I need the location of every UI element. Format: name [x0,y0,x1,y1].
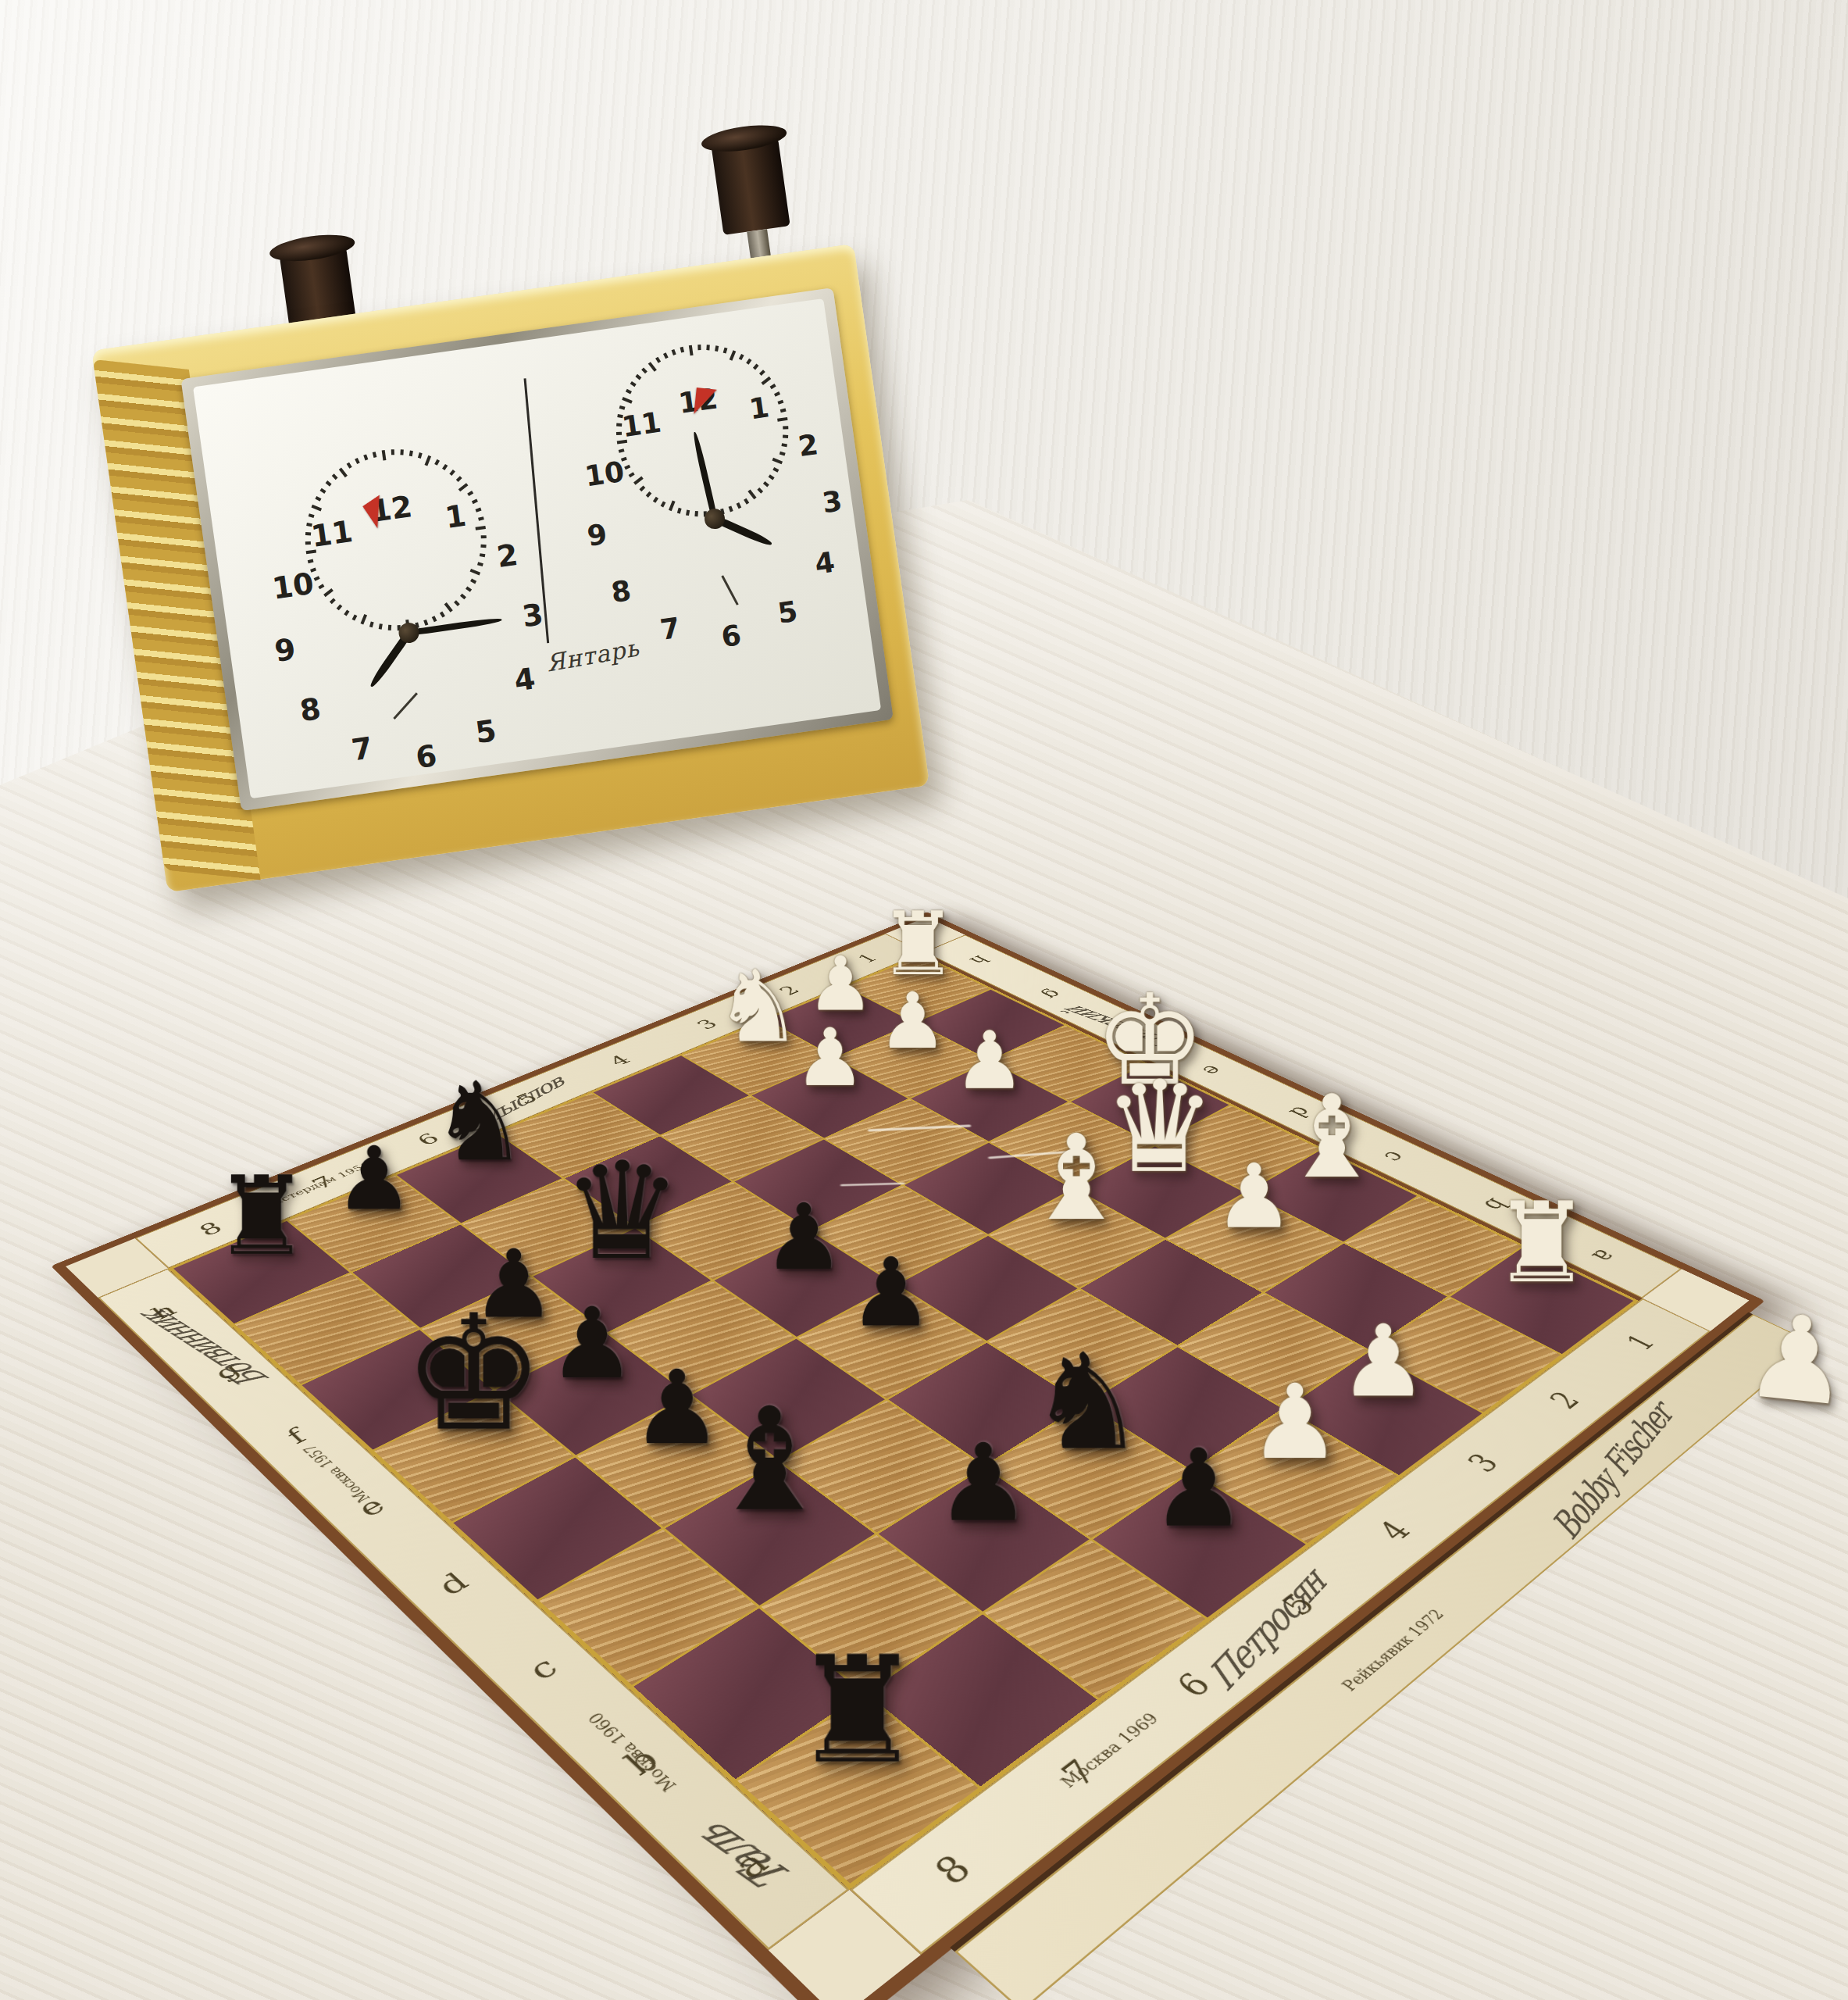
white-pawn-a3[interactable]: ♟ [1339,1312,1428,1411]
black-pawn-e5[interactable]: ♟ [763,1191,844,1283]
dial-tick [723,348,728,354]
dial-tick [432,616,437,622]
dial-tick [777,400,783,405]
dial-tick [633,476,644,484]
dial-tick [780,452,786,456]
dial-numeral-6: 6 [414,738,439,775]
dial-tick [619,448,625,453]
dial-tick [635,374,641,380]
dial-tick [442,464,448,470]
dial-tick [706,345,709,350]
dial-tick [305,541,311,545]
dial-numeral-1: 1 [443,498,468,535]
clock-bezel: 123456789101112 123456789101112 Янтарь [180,287,893,811]
dial-tick [689,345,694,355]
seconds-subdial [722,574,723,576]
dial-tick [330,598,336,604]
dial-numeral-10: 10 [270,566,316,606]
dial-tick [747,490,756,500]
dial-numeral-8: 8 [609,574,633,609]
dial-numeral-3: 3 [820,484,844,520]
white-pawn-a4[interactable]: ♟ [1249,1371,1341,1474]
white-bishop-d3[interactable]: ♝ [1023,1119,1129,1237]
dial-tick [363,454,368,460]
dial-tick [729,506,733,512]
dial-numeral-7: 7 [349,730,374,767]
dial-tick [434,459,440,466]
dial-tick [360,614,367,625]
black-pawn-h7[interactable]: ♟ [335,1134,413,1222]
dial-tick [400,449,403,455]
dial-tick [339,468,348,478]
dial-tick [314,576,320,581]
dial-tick [630,381,637,387]
dial-tick [715,345,719,352]
dial-tick [352,614,358,620]
dial-tick [783,426,788,429]
white-pawn-g3[interactable]: ♟ [794,1018,865,1098]
dial-tick [409,451,413,457]
white-knight-h3[interactable]: ♞ [714,958,803,1057]
white-bishop-c1[interactable]: ♝ [1280,1080,1382,1195]
clock-body: 123456789101112 123456789101112 Янтарь [91,244,929,892]
dial-tick [344,609,349,616]
dial-tick [347,462,352,469]
dial-tick [444,602,453,612]
dial-tick [318,584,324,589]
dial-tick [746,359,751,365]
dial-tick [617,414,623,418]
dial-tick [730,350,737,361]
dial-tick [476,526,486,530]
white-pawn-c2[interactable]: ♟ [1215,1152,1293,1241]
dial-numeral-2: 2 [494,537,519,574]
dial-tick [309,513,315,518]
clock-face: 123456789101112 123456789101112 Янтарь [193,298,881,798]
dial-numeral-8: 8 [298,691,323,728]
dial-tick [477,562,483,566]
dial-tick [641,368,648,374]
dial-tick [616,423,622,427]
dial-tick [621,457,627,462]
dial-tick [781,443,787,447]
dial-numeral-7: 7 [658,611,683,646]
dial-tick [355,458,360,464]
black-pawn-b6[interactable]: ♟ [936,1430,1032,1537]
dial-numeral-11: 11 [620,406,664,445]
white-pawn-g2[interactable]: ♟ [878,982,947,1059]
chess-clock: 123456789101112 123456789101112 Янтарь [69,81,932,908]
dial-tick [425,455,432,466]
dial-tick [480,553,486,557]
dial-tick [472,499,478,505]
dial-tick [763,481,769,487]
dial-tick [315,496,321,502]
dial-tick [783,434,788,437]
dial-tick [677,508,682,514]
dial-tick [655,357,661,363]
seconds-hand [722,576,739,605]
dial-tick [619,405,626,410]
dial-tick [470,579,476,584]
clock-flag [694,387,716,416]
dial-tick [739,354,744,360]
dial-tick [373,452,377,458]
dial-tick [737,502,742,509]
dial-tick [686,509,690,516]
dial-tick [629,472,635,477]
black-rook-a8[interactable]: ♜ [791,1637,923,1785]
black-bishop-c7[interactable]: ♝ [706,1388,834,1531]
dial-tick [388,625,391,630]
dial-tick [418,452,423,459]
seconds-subdial [416,691,418,693]
dial-tick [466,586,472,591]
white-rook-h1[interactable]: ♜ [879,900,957,987]
scene: 123456789101112 123456789101112 Янтарь ♜… [0,0,1848,2000]
dial-tick [480,545,486,548]
dial-tick [320,488,326,494]
black-queen-f6[interactable]: ♛ [562,1144,683,1278]
dial-tick [744,498,749,505]
dial-tick [753,364,759,370]
dial-tick [369,621,374,627]
dial-tick [423,620,428,626]
black-knight-h6[interactable]: ♞ [430,1068,528,1177]
dial-tick [311,505,322,512]
dial-tick [780,409,787,413]
offboard-white-pawn[interactable]: ♟ [1740,1295,1848,1423]
dial-tick [449,470,455,476]
dial-tick [391,449,394,455]
dial-tick [772,458,783,465]
dial-tick [460,594,466,600]
black-king-e8[interactable]: ♚ [402,1294,545,1453]
black-pawn-a5[interactable]: ♟ [1151,1434,1247,1541]
dial-tick [306,523,312,527]
clock-button-right[interactable] [711,134,790,235]
dial-tick [310,568,316,573]
dial-tick [761,377,771,385]
dial-numeral-9: 9 [273,632,298,669]
dial-tick [661,501,666,507]
seconds-hand [393,692,418,720]
dial-tick [326,480,332,487]
white-pawn-h2[interactable]: ♟ [807,946,874,1021]
black-pawn-d5[interactable]: ♟ [849,1245,934,1340]
dial-tick [672,349,676,355]
dial-tick [382,450,387,460]
dial-tick [694,511,697,516]
minute-hand [691,431,717,520]
dial-tick [622,397,633,404]
right-dial: 123456789101112 [547,352,881,687]
dial-tick [774,391,780,397]
dial-tick [481,535,487,538]
dial-tick [663,352,669,359]
dial-numeral-5: 5 [473,712,498,749]
dial-numeral-3: 3 [520,597,545,634]
dial-tick [770,384,776,389]
dial-tick [653,497,658,503]
dial-tick [757,487,763,494]
dial-numeral-1: 1 [747,391,772,427]
dial-numeral-6: 6 [719,619,744,654]
dial-tick [777,417,787,422]
dial-tick [456,476,462,482]
dial-tick [478,516,484,521]
left-dial: 123456789101112 [233,456,586,798]
dial-tick [308,559,314,564]
dial-tick [646,491,652,498]
dial-tick [680,347,685,353]
dial-tick [769,474,775,480]
dial-tick [697,345,701,350]
dial-tick [648,362,657,372]
black-pawn-e7[interactable]: ♟ [548,1295,636,1392]
dial-tick [626,389,632,395]
dial-tick [323,588,334,597]
dial-tick [454,600,460,606]
dial-tick [669,501,676,512]
minute-hand [408,616,502,636]
white-rook-a1[interactable]: ♜ [1492,1188,1591,1299]
black-rook-h8[interactable]: ♜ [212,1162,310,1270]
dial-tick [639,485,645,491]
dial-numeral-5: 5 [776,595,800,630]
dial-tick [332,473,338,480]
dial-tick [379,623,383,630]
dial-tick [305,532,311,535]
dial-numeral-10: 10 [583,455,626,494]
dial-tick [458,483,469,491]
dial-numeral-9: 9 [585,518,609,553]
dial-tick [470,569,481,576]
dial-tick [624,465,630,470]
dial-tick [772,467,779,473]
black-knight-b5[interactable]: ♞ [1029,1337,1147,1469]
dial-tick [476,508,482,512]
dial-tick [467,491,473,496]
dial-numeral-4: 4 [813,545,837,580]
dial-tick [337,604,343,610]
dial-tick [616,432,622,435]
dial-numeral-11: 11 [309,514,355,554]
dial-tick [759,370,765,376]
dial-numeral-4: 4 [512,661,537,698]
dial-numeral-2: 2 [796,428,820,463]
white-pawn-f2[interactable]: ♟ [954,1020,1025,1100]
dial-tick [440,612,445,618]
